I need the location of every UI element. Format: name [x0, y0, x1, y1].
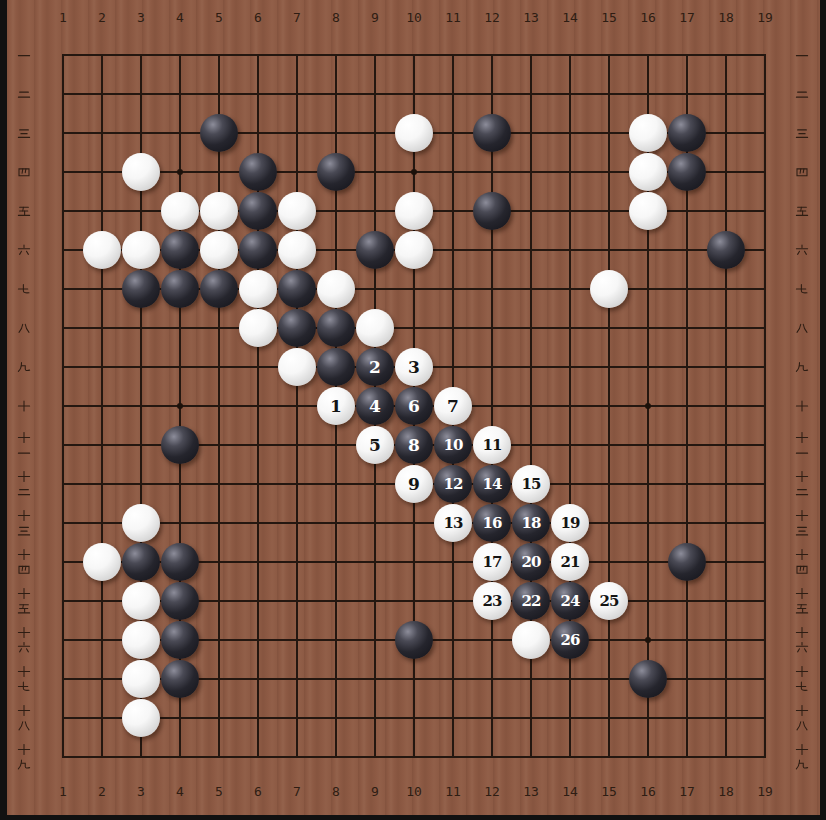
stone-white: [122, 153, 160, 191]
star-point: [177, 403, 183, 409]
coord-label-right: [795, 431, 810, 460]
coord-label-left: [17, 165, 32, 179]
stone-black: [239, 153, 277, 191]
move-stone-1-white: 1: [317, 387, 355, 425]
grid-line-horizontal: [62, 717, 766, 719]
coord-label-left: [17, 126, 32, 140]
stone-white: [83, 543, 121, 581]
move-stone-6-black: 6: [395, 387, 433, 425]
grid-line-horizontal: [62, 54, 766, 56]
move-number: 18: [522, 514, 541, 532]
move-stone-14-black: 14: [473, 465, 511, 503]
stone-white: [278, 348, 316, 386]
coord-label-bottom: 19: [757, 785, 773, 798]
stone-black: [668, 114, 706, 152]
coord-label-top: 7: [293, 11, 301, 24]
stone-black: [278, 309, 316, 347]
coord-label-top: 15: [601, 11, 617, 24]
coord-label-left: [17, 87, 32, 101]
coord-label-bottom: 14: [562, 785, 578, 798]
move-stone-15-white: 15: [512, 465, 550, 503]
coord-label-bottom: 15: [601, 785, 617, 798]
coord-label-bottom: 12: [484, 785, 500, 798]
stone-white: [629, 192, 667, 230]
move-stone-25-white: 25: [590, 582, 628, 620]
coord-label-right: [795, 87, 810, 101]
coord-label-bottom: 2: [98, 785, 106, 798]
move-number: 14: [483, 475, 502, 493]
coord-label-left: [17, 321, 32, 335]
stone-white: [161, 192, 199, 230]
star-point: [645, 637, 651, 643]
coord-label-left: [17, 431, 32, 460]
stone-white: [122, 231, 160, 269]
stone-black: [200, 270, 238, 308]
coord-label-right: [795, 126, 810, 140]
stone-white: [395, 114, 433, 152]
coord-label-left: [17, 509, 32, 538]
grid-line-horizontal: [62, 756, 766, 758]
coord-label-bottom: 13: [523, 785, 539, 798]
move-number: 24: [561, 592, 580, 610]
coord-label-top: 17: [679, 11, 695, 24]
coord-label-top: 14: [562, 11, 578, 24]
move-stone-19-white: 19: [551, 504, 589, 542]
coord-label-left: [17, 48, 32, 62]
coord-label-right: [795, 743, 810, 772]
stone-white: [278, 231, 316, 269]
coord-label-bottom: 8: [332, 785, 340, 798]
coord-label-bottom: 4: [176, 785, 184, 798]
coord-label-right: [795, 243, 810, 257]
coord-label-left: [17, 704, 32, 733]
move-number: 5: [369, 435, 381, 455]
stone-black: [317, 153, 355, 191]
stone-black: [668, 153, 706, 191]
coord-label-right: [795, 665, 810, 694]
move-stone-13-white: 13: [434, 504, 472, 542]
coord-label-right: [795, 626, 810, 655]
move-number: 19: [561, 514, 580, 532]
coord-label-bottom: 11: [445, 785, 461, 798]
coord-label-bottom: 9: [371, 785, 379, 798]
stone-white: [200, 231, 238, 269]
stone-white: [512, 621, 550, 659]
coord-label-top: 13: [523, 11, 539, 24]
move-number: 21: [561, 553, 580, 571]
coord-label-right: [795, 548, 810, 577]
move-stone-11-white: 11: [473, 426, 511, 464]
stone-white: [122, 660, 160, 698]
stone-black: [200, 114, 238, 152]
move-number: 17: [483, 553, 502, 571]
stone-black: [239, 192, 277, 230]
move-number: 16: [483, 514, 502, 532]
coord-label-right: [795, 282, 810, 296]
move-stone-10-black: 10: [434, 426, 472, 464]
stone-black: [629, 660, 667, 698]
move-stone-18-black: 18: [512, 504, 550, 542]
move-stone-21-white: 21: [551, 543, 589, 581]
coord-label-bottom: 3: [137, 785, 145, 798]
coord-label-top: 1: [59, 11, 67, 24]
star-point: [645, 403, 651, 409]
stone-white: [122, 621, 160, 659]
goban[interactable]: 1234567891011121314151617181912345678910…: [7, 0, 820, 815]
stone-white: [395, 192, 433, 230]
move-stone-4-black: 4: [356, 387, 394, 425]
move-number: 7: [447, 396, 459, 416]
coord-label-top: 9: [371, 11, 379, 24]
stone-black: [356, 231, 394, 269]
move-number: 26: [561, 631, 580, 649]
stone-white: [356, 309, 394, 347]
grid-line-horizontal: [62, 327, 766, 329]
coord-label-left: [17, 243, 32, 257]
stone-black: [161, 270, 199, 308]
coord-label-bottom: 7: [293, 785, 301, 798]
coord-label-right: [795, 470, 810, 499]
coord-label-left: [17, 626, 32, 655]
move-number: 12: [444, 475, 463, 493]
move-stone-8-black: 8: [395, 426, 433, 464]
coord-label-right: [795, 360, 810, 374]
coord-label-top: 3: [137, 11, 145, 24]
stone-black: [122, 270, 160, 308]
coord-label-left: [17, 587, 32, 616]
move-stone-17-white: 17: [473, 543, 511, 581]
move-number: 3: [408, 357, 420, 377]
stone-black: [278, 270, 316, 308]
move-number: 9: [408, 474, 420, 494]
stone-black: [395, 621, 433, 659]
coord-label-left: [17, 282, 32, 296]
stone-white: [317, 270, 355, 308]
stone-black: [707, 231, 745, 269]
grid-line-horizontal: [62, 93, 766, 95]
move-stone-24-black: 24: [551, 582, 589, 620]
move-stone-2-black: 2: [356, 348, 394, 386]
coord-label-right: [795, 48, 810, 62]
coord-label-top: 8: [332, 11, 340, 24]
coord-label-top: 4: [176, 11, 184, 24]
coord-label-left: [17, 470, 32, 499]
coord-label-right: [795, 165, 810, 179]
coord-label-bottom: 18: [718, 785, 734, 798]
move-stone-26-black: 26: [551, 621, 589, 659]
move-number: 20: [522, 553, 541, 571]
move-stone-3-white: 3: [395, 348, 433, 386]
coord-label-top: 11: [445, 11, 461, 24]
stone-black: [473, 114, 511, 152]
stone-white: [122, 582, 160, 620]
coord-label-bottom: 17: [679, 785, 695, 798]
coord-label-right: [795, 321, 810, 335]
coord-label-bottom: 1: [59, 785, 67, 798]
move-stone-9-white: 9: [395, 465, 433, 503]
move-number: 11: [483, 436, 502, 454]
move-stone-5-white: 5: [356, 426, 394, 464]
stone-white: [83, 231, 121, 269]
star-point: [177, 169, 183, 175]
coord-label-top: 2: [98, 11, 106, 24]
stone-white: [278, 192, 316, 230]
coord-label-left: [17, 743, 32, 772]
coord-label-right: [795, 399, 810, 413]
move-stone-12-black: 12: [434, 465, 472, 503]
stone-black: [161, 543, 199, 581]
stone-black: [317, 309, 355, 347]
stone-black: [161, 660, 199, 698]
move-number: 15: [522, 475, 541, 493]
coord-label-top: 5: [215, 11, 223, 24]
move-number: 22: [522, 592, 541, 610]
move-number: 23: [483, 592, 502, 610]
move-stone-20-black: 20: [512, 543, 550, 581]
coord-label-bottom: 5: [215, 785, 223, 798]
stone-black: [668, 543, 706, 581]
stone-white: [590, 270, 628, 308]
move-number: 1: [330, 396, 342, 416]
stone-white: [239, 270, 277, 308]
stone-black: [317, 348, 355, 386]
coord-label-top: 16: [640, 11, 656, 24]
coord-label-right: [795, 204, 810, 218]
coord-label-top: 6: [254, 11, 262, 24]
coord-label-right: [795, 509, 810, 538]
move-number: 25: [600, 592, 619, 610]
stone-white: [395, 231, 433, 269]
move-number: 8: [408, 435, 420, 455]
go-diagram-page: 1234567891011121314151617181912345678910…: [0, 0, 826, 820]
coord-label-left: [17, 360, 32, 374]
stone-black: [161, 231, 199, 269]
move-stone-16-black: 16: [473, 504, 511, 542]
coord-label-top: 19: [757, 11, 773, 24]
coord-label-top: 18: [718, 11, 734, 24]
coord-label-left: [17, 399, 32, 413]
coord-label-bottom: 16: [640, 785, 656, 798]
move-stone-7-white: 7: [434, 387, 472, 425]
stone-black: [239, 231, 277, 269]
stone-white: [239, 309, 277, 347]
coord-label-right: [795, 704, 810, 733]
move-number: 10: [444, 436, 463, 454]
stone-black: [122, 543, 160, 581]
stone-white: [629, 153, 667, 191]
stone-white: [200, 192, 238, 230]
coord-label-top: 12: [484, 11, 500, 24]
stone-black: [161, 621, 199, 659]
move-stone-23-white: 23: [473, 582, 511, 620]
move-number: 6: [408, 396, 420, 416]
grid-line-horizontal: [62, 522, 766, 524]
stone-white: [122, 699, 160, 737]
move-stone-22-black: 22: [512, 582, 550, 620]
coord-label-left: [17, 665, 32, 694]
stone-black: [161, 582, 199, 620]
coord-label-top: 10: [406, 11, 422, 24]
stone-black: [473, 192, 511, 230]
move-number: 13: [444, 514, 463, 532]
coord-label-right: [795, 587, 810, 616]
move-number: 2: [369, 357, 381, 377]
star-point: [411, 169, 417, 175]
coord-label-bottom: 10: [406, 785, 422, 798]
move-number: 4: [369, 396, 381, 416]
stone-black: [161, 426, 199, 464]
stone-white: [122, 504, 160, 542]
coord-label-left: [17, 204, 32, 218]
stone-white: [629, 114, 667, 152]
coord-label-bottom: 6: [254, 785, 262, 798]
coord-label-left: [17, 548, 32, 577]
